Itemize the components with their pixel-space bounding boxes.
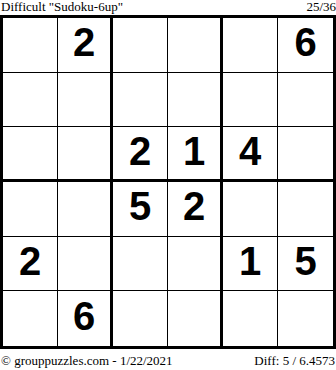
cell-r6c5[interactable] xyxy=(223,291,278,346)
cell-r4c6[interactable] xyxy=(278,182,333,237)
cell-r3c2[interactable] xyxy=(58,127,113,182)
cell-r2c2[interactable] xyxy=(58,73,113,128)
cell-r1c3[interactable] xyxy=(113,18,168,73)
difficulty-text: Diff: 5 / 6.4573 xyxy=(254,353,335,368)
cell-r6c3[interactable] xyxy=(113,291,168,346)
cell-r3c4[interactable]: 1 xyxy=(168,127,223,182)
cell-r6c6[interactable] xyxy=(278,291,333,346)
cell-r1c5[interactable] xyxy=(223,18,278,73)
cell-r2c6[interactable] xyxy=(278,73,333,128)
cell-r1c6[interactable]: 6 xyxy=(278,18,333,73)
given-digit: 2 xyxy=(129,131,151,171)
cell-r2c4[interactable] xyxy=(168,73,223,128)
given-digit: 1 xyxy=(239,241,261,281)
cell-r3c5[interactable]: 4 xyxy=(223,127,278,182)
header: Difficult "Sudoku-6up" 25/36 xyxy=(1,0,336,14)
cell-r1c1[interactable] xyxy=(3,18,58,73)
footer: © grouppuzzles.com - 1/22/2021 Diff: 5 /… xyxy=(1,353,335,368)
copyright-text: © grouppuzzles.com - 1/22/2021 xyxy=(1,353,173,368)
sudoku-board: 26214522156 xyxy=(0,15,336,349)
sudoku-6up-page: Difficult "Sudoku-6up" 25/36 26214522156… xyxy=(0,0,336,370)
cell-r3c3[interactable]: 2 xyxy=(113,127,168,182)
cell-r5c5[interactable]: 1 xyxy=(223,237,278,292)
cell-r4c4[interactable]: 2 xyxy=(168,182,223,237)
cell-r4c2[interactable] xyxy=(58,182,113,237)
puzzle-title: Difficult "Sudoku-6up" xyxy=(1,0,123,14)
cell-r4c3[interactable]: 5 xyxy=(113,182,168,237)
cell-r5c4[interactable] xyxy=(168,237,223,292)
cell-r3c6[interactable] xyxy=(278,127,333,182)
cell-r4c5[interactable] xyxy=(223,182,278,237)
cell-r6c2[interactable]: 6 xyxy=(58,291,113,346)
cell-r5c2[interactable] xyxy=(58,237,113,292)
cell-r3c1[interactable] xyxy=(3,127,58,182)
given-digit: 2 xyxy=(19,241,41,281)
cells-remaining-counter: 25/36 xyxy=(306,0,336,14)
cell-r5c6[interactable]: 5 xyxy=(278,237,333,292)
given-digit: 5 xyxy=(129,186,151,226)
cell-r2c1[interactable] xyxy=(3,73,58,128)
given-digit: 1 xyxy=(183,131,205,171)
given-digit: 5 xyxy=(294,241,316,281)
given-digit: 2 xyxy=(183,186,205,226)
cell-r6c4[interactable] xyxy=(168,291,223,346)
given-digit: 6 xyxy=(73,296,95,336)
cell-r6c1[interactable] xyxy=(3,291,58,346)
cell-r5c1[interactable]: 2 xyxy=(3,237,58,292)
given-digit: 4 xyxy=(239,131,261,171)
cell-r5c3[interactable] xyxy=(113,237,168,292)
given-digit: 6 xyxy=(294,22,316,62)
cell-r1c2[interactable]: 2 xyxy=(58,18,113,73)
cell-r4c1[interactable] xyxy=(3,182,58,237)
cell-r2c3[interactable] xyxy=(113,73,168,128)
cell-r2c5[interactable] xyxy=(223,73,278,128)
cell-r1c4[interactable] xyxy=(168,18,223,73)
given-digit: 2 xyxy=(73,22,95,62)
